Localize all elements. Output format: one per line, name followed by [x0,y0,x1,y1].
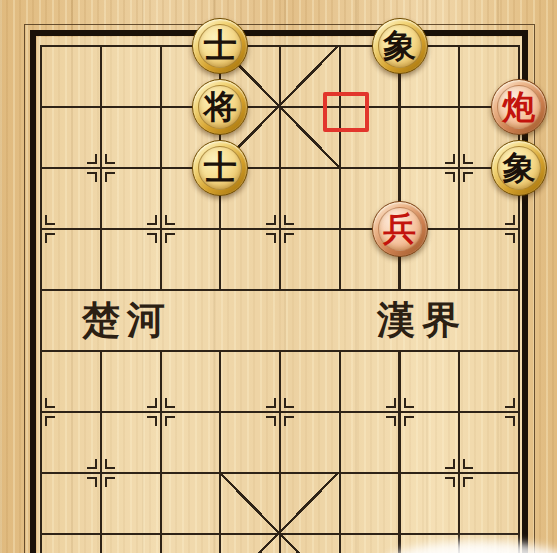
marker-corner-bl [147,233,157,243]
marker-corner-tl [445,154,455,164]
marker-corner-br [165,416,175,426]
marker-corner-tl [505,215,515,225]
marker-corner-br [45,416,55,426]
marker-corner-tr [284,398,294,408]
marker-corner-tr [165,398,175,408]
point-marker-4-6 [264,396,296,428]
marker-corner-tl [147,398,157,408]
piece-black-elephant[interactable]: 象 [491,140,547,196]
marker-corner-bl [87,477,97,487]
marker-corner-br [165,233,175,243]
marker-corner-tr [45,215,55,225]
marker-corner-tr [284,215,294,225]
marker-corner-br [463,172,473,182]
marker-corner-tr [404,398,414,408]
red-palace-diagonals [219,472,339,553]
marker-corner-bl [445,172,455,182]
xiangqi-board-screenshot: 楚河 漢界 士象将炮士象兵 [0,0,557,553]
marker-corner-bl [505,416,515,426]
marker-corner-tl [87,154,97,164]
marker-corner-br [284,233,294,243]
marker-corner-bl [445,477,455,487]
marker-corner-br [463,477,473,487]
point-marker-0-3 [25,213,57,245]
marker-corner-bl [147,416,157,426]
grid-left-edge-line [40,45,42,553]
marker-corner-br [105,172,115,182]
marker-corner-tl [266,398,276,408]
point-marker-6-6 [384,396,416,428]
marker-corner-tr [45,398,55,408]
point-marker-8-6 [503,396,535,428]
marker-corner-tl [147,215,157,225]
marker-corner-bl [386,416,396,426]
marker-corner-tl [386,398,396,408]
piece-glyph: 炮 [497,85,541,129]
piece-black-general[interactable]: 将 [192,79,248,135]
piece-glyph: 将 [198,85,242,129]
point-marker-2-3 [145,213,177,245]
marker-corner-br [105,477,115,487]
point-marker-1-2 [85,152,117,184]
point-marker-1-7 [85,457,117,489]
last-move-highlight-square [323,92,369,132]
marker-corner-tl [505,398,515,408]
marker-corner-tr [165,215,175,225]
marker-corner-tr [105,459,115,469]
marker-corner-br [45,233,55,243]
marker-corner-tr [463,459,473,469]
marker-corner-br [404,416,414,426]
piece-glyph: 士 [198,146,242,190]
point-marker-7-2 [443,152,475,184]
marker-corner-bl [505,233,515,243]
piece-red-cannon[interactable]: 炮 [491,79,547,135]
marker-corner-bl [266,233,276,243]
point-marker-0-6 [25,396,57,428]
marker-corner-tr [105,154,115,164]
piece-black-advisor[interactable]: 士 [192,140,248,196]
marker-corner-tr [463,154,473,164]
piece-glyph: 象 [378,24,422,68]
marker-corner-bl [87,172,97,182]
piece-glyph: 兵 [378,207,422,251]
marker-corner-tl [87,459,97,469]
point-marker-2-6 [145,396,177,428]
point-marker-8-3 [503,213,535,245]
piece-black-advisor[interactable]: 士 [192,18,248,74]
piece-black-elephant[interactable]: 象 [372,18,428,74]
point-marker-4-3 [264,213,296,245]
river-label-chu-he: 楚河 [62,295,192,346]
marker-corner-bl [266,416,276,426]
river-label-han-jie: 漢界 [357,295,487,346]
marker-corner-br [284,416,294,426]
point-marker-7-7 [443,457,475,489]
piece-glyph: 士 [198,24,242,68]
marker-corner-tl [445,459,455,469]
piece-glyph: 象 [497,146,541,190]
piece-red-soldier[interactable]: 兵 [372,201,428,257]
marker-corner-tl [266,215,276,225]
